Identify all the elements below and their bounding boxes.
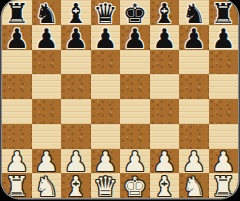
square-g7[interactable]: ♟ [179, 25, 209, 50]
square-e5[interactable] [120, 74, 150, 99]
piece-white-knight[interactable]: ♞ [34, 173, 58, 198]
square-d5[interactable] [91, 74, 121, 99]
square-a4[interactable] [2, 99, 32, 124]
piece-black-pawn[interactable]: ♟ [211, 25, 235, 52]
square-f2[interactable]: ♟ [150, 149, 180, 174]
square-d8[interactable]: ♛ [91, 0, 121, 25]
square-b5[interactable] [32, 74, 62, 99]
square-f8[interactable]: ♝ [150, 0, 180, 25]
square-g1[interactable]: ♞ [179, 173, 209, 198]
square-g8[interactable]: ♞ [179, 0, 209, 25]
square-f7[interactable]: ♟ [150, 25, 180, 50]
square-a3[interactable] [2, 124, 32, 149]
square-c1[interactable]: ♝ [61, 173, 91, 198]
piece-black-pawn[interactable]: ♟ [93, 25, 117, 52]
piece-black-pawn[interactable]: ♟ [34, 25, 58, 52]
square-c5[interactable] [61, 74, 91, 99]
square-b8[interactable]: ♞ [32, 0, 62, 25]
square-f4[interactable] [150, 99, 180, 124]
square-b4[interactable] [32, 99, 62, 124]
square-b1[interactable]: ♞ [32, 173, 62, 198]
square-e8[interactable]: ♚ [120, 0, 150, 25]
square-h2[interactable]: ♟ [209, 149, 239, 174]
piece-black-pawn[interactable]: ♟ [123, 25, 147, 52]
piece-black-pawn[interactable]: ♟ [5, 25, 29, 52]
square-f5[interactable] [150, 74, 180, 99]
square-d1[interactable]: ♛ [91, 173, 121, 198]
square-d3[interactable] [91, 124, 121, 149]
square-h8[interactable]: ♜ [209, 0, 239, 25]
piece-black-pawn[interactable]: ♟ [152, 25, 176, 52]
chess-widget: ♜♞♝♛♚♝♞♜♟♟♟♟♟♟♟♟♟♟♟♟♟♟♟♟♜♞♝♛♚♝♞♜ [0, 0, 240, 201]
square-h7[interactable]: ♟ [209, 25, 239, 50]
square-a7[interactable]: ♟ [2, 25, 32, 50]
square-d2[interactable]: ♟ [91, 149, 121, 174]
square-d4[interactable] [91, 99, 121, 124]
square-h1[interactable]: ♜ [209, 173, 239, 198]
square-e2[interactable]: ♟ [120, 149, 150, 174]
square-a5[interactable] [2, 74, 32, 99]
piece-black-pawn[interactable]: ♟ [182, 25, 206, 52]
piece-white-queen[interactable]: ♛ [93, 173, 117, 198]
square-a1[interactable]: ♜ [2, 173, 32, 198]
square-g2[interactable]: ♟ [179, 149, 209, 174]
board-rounded-mask: ♜♞♝♛♚♝♞♜♟♟♟♟♟♟♟♟♟♟♟♟♟♟♟♟♜♞♝♛♚♝♞♜ [2, 0, 238, 198]
square-h5[interactable] [209, 74, 239, 99]
chess-board-grid: ♜♞♝♛♚♝♞♜♟♟♟♟♟♟♟♟♟♟♟♟♟♟♟♟♜♞♝♛♚♝♞♜ [2, 0, 238, 198]
square-e7[interactable]: ♟ [120, 25, 150, 50]
square-b2[interactable]: ♟ [32, 149, 62, 174]
square-c4[interactable] [61, 99, 91, 124]
square-f3[interactable] [150, 124, 180, 149]
piece-white-rook[interactable]: ♜ [5, 173, 29, 198]
piece-black-pawn[interactable]: ♟ [64, 25, 88, 52]
square-e3[interactable] [120, 124, 150, 149]
square-g3[interactable] [179, 124, 209, 149]
square-d7[interactable]: ♟ [91, 25, 121, 50]
square-g4[interactable] [179, 99, 209, 124]
piece-white-knight[interactable]: ♞ [182, 173, 206, 198]
piece-white-rook[interactable]: ♜ [211, 173, 235, 198]
square-c7[interactable]: ♟ [61, 25, 91, 50]
piece-white-bishop[interactable]: ♝ [152, 173, 176, 198]
square-f1[interactable]: ♝ [150, 173, 180, 198]
square-g5[interactable] [179, 74, 209, 99]
square-c3[interactable] [61, 124, 91, 149]
square-b3[interactable] [32, 124, 62, 149]
piece-white-king[interactable]: ♚ [123, 173, 147, 198]
square-c8[interactable]: ♝ [61, 0, 91, 25]
square-b7[interactable]: ♟ [32, 25, 62, 50]
square-a8[interactable]: ♜ [2, 0, 32, 25]
square-e4[interactable] [120, 99, 150, 124]
square-h3[interactable] [209, 124, 239, 149]
square-c2[interactable]: ♟ [61, 149, 91, 174]
square-h4[interactable] [209, 99, 239, 124]
square-e1[interactable]: ♚ [120, 173, 150, 198]
piece-white-bishop[interactable]: ♝ [64, 173, 88, 198]
square-a2[interactable]: ♟ [2, 149, 32, 174]
